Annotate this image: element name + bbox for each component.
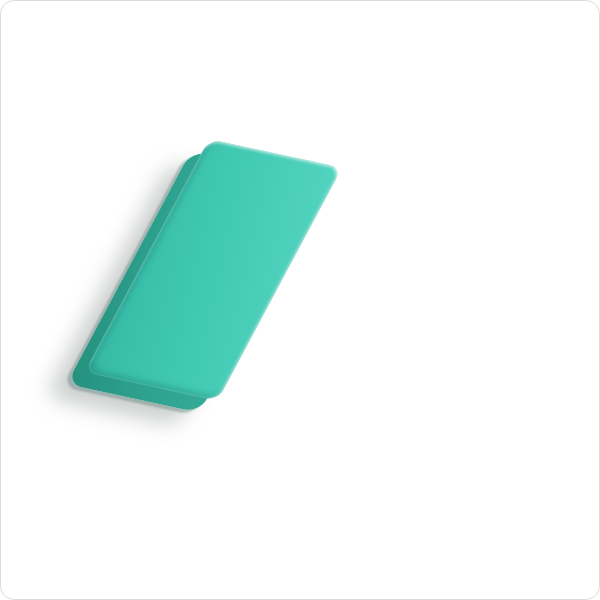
silicone-mold (84, 139, 342, 401)
product-photo-frame (0, 0, 600, 600)
mold-top-face (84, 139, 342, 401)
